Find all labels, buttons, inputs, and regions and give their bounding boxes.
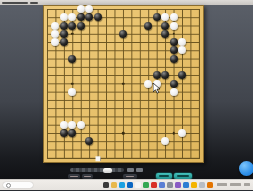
star-point: [71, 33, 74, 36]
taskbar-app-icon-11[interactable]: [183, 182, 189, 188]
black-stone: [60, 129, 68, 137]
white-stone: [170, 13, 178, 21]
window-title-text: [2, 2, 28, 4]
white-stone: [161, 13, 169, 21]
black-stone: [68, 129, 76, 137]
black-stone: [170, 46, 178, 54]
mouse-cursor-icon: [153, 79, 161, 98]
window-title-text2: [30, 2, 38, 4]
move-slider[interactable]: [70, 168, 124, 172]
white-stone: [60, 13, 68, 21]
black-stone: [119, 30, 127, 38]
black-stone: [161, 30, 169, 38]
black-stone: [161, 71, 169, 79]
star-point: [122, 82, 125, 85]
black-stone: [85, 137, 93, 145]
white-stone: [161, 137, 169, 145]
white-stone: [68, 88, 76, 96]
search-icon: [6, 183, 11, 188]
taskbar-notification-icon[interactable]: [244, 183, 250, 186]
black-stone: [77, 22, 85, 30]
taskbar-app-icon-9[interactable]: [167, 182, 173, 188]
white-stone: [51, 22, 59, 30]
move-counter2: [136, 168, 143, 172]
taskbar-search[interactable]: [3, 182, 33, 189]
black-stone: [68, 22, 76, 30]
desktop: { "game": "go", "app": { "description": …: [0, 0, 253, 190]
black-stone: [60, 30, 68, 38]
taskbar-app-icon-6[interactable]: [143, 182, 149, 188]
white-stone: [178, 46, 186, 54]
white-stone: [178, 129, 186, 137]
black-stone: [144, 22, 152, 30]
taskbar-app-icon-7[interactable]: [151, 182, 157, 188]
go-board-grid[interactable]: [47, 9, 200, 159]
white-stone: [77, 121, 85, 129]
taskbar-app-icon-10[interactable]: [175, 182, 181, 188]
white-stone: [178, 38, 186, 46]
white-stone: [144, 80, 152, 88]
white-stone: [170, 22, 178, 30]
white-stone: [60, 121, 68, 129]
white-stone: [85, 5, 93, 13]
taskbar-app-icon-13[interactable]: [199, 182, 205, 188]
black-stone: [60, 22, 68, 30]
black-stone: [153, 71, 161, 79]
taskbar-app-icon-14[interactable]: [207, 182, 213, 188]
edge-square-marker: [95, 156, 100, 161]
taskbar-app-icon-8[interactable]: [159, 182, 165, 188]
taskbar: [0, 179, 253, 191]
move-slider-thumb[interactable]: [103, 168, 112, 173]
system-tray-icons[interactable]: [217, 183, 227, 186]
star-point: [71, 82, 74, 85]
black-stone: [170, 38, 178, 46]
taskbar-app-icon-1[interactable]: [103, 182, 109, 188]
star-point: [122, 132, 125, 135]
black-stone: [170, 80, 178, 88]
black-stone: [77, 13, 85, 21]
star-point: [172, 33, 175, 36]
black-stone: [68, 55, 76, 63]
go-board[interactable]: [43, 5, 204, 163]
black-stone: [161, 22, 169, 30]
black-stone: [170, 55, 178, 63]
move-counter: [127, 168, 134, 172]
black-stone: [85, 13, 93, 21]
black-stone: [94, 13, 102, 21]
taskbar-app-icon-4[interactable]: [127, 182, 133, 188]
white-stone: [68, 121, 76, 129]
game-toolbar: [0, 163, 253, 180]
star-point: [172, 132, 175, 135]
white-stone: [51, 30, 59, 38]
taskbar-app-icon-2[interactable]: [111, 182, 117, 188]
black-stone: [153, 13, 161, 21]
white-stone: [51, 38, 59, 46]
black-stone: [60, 38, 68, 46]
white-stone: [77, 5, 85, 13]
floating-blue-button[interactable]: [239, 161, 253, 176]
taskbar-app-icon-12[interactable]: [191, 182, 197, 188]
taskbar-app-icon-3[interactable]: [119, 182, 125, 188]
black-stone: [178, 71, 186, 79]
white-stone: [170, 88, 178, 96]
white-stone: [68, 13, 76, 21]
taskbar-app-icon-5[interactable]: [135, 182, 141, 188]
taskbar-clock: [230, 183, 241, 186]
